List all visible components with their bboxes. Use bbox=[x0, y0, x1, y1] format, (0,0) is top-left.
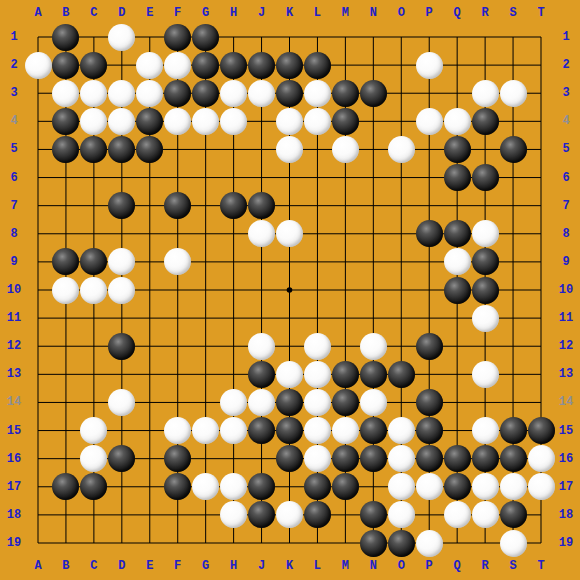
row-label-right-9: 9 bbox=[562, 256, 569, 268]
stone-black-Q16[interactable] bbox=[444, 445, 471, 472]
stone-black-D12[interactable] bbox=[108, 333, 135, 360]
stone-white-O18[interactable] bbox=[388, 501, 415, 528]
row-label-left-14: 14 bbox=[7, 396, 21, 408]
row-label-left-19: 19 bbox=[7, 537, 21, 549]
col-label-top-Q: Q bbox=[454, 7, 461, 19]
stone-white-R17[interactable] bbox=[472, 473, 499, 500]
stone-black-O13[interactable] bbox=[388, 361, 415, 388]
stone-white-D4[interactable] bbox=[108, 108, 135, 135]
stone-black-P16[interactable] bbox=[416, 445, 443, 472]
stone-white-C4[interactable] bbox=[80, 108, 107, 135]
col-label-bottom-C: C bbox=[90, 560, 97, 572]
stone-white-O16[interactable] bbox=[388, 445, 415, 472]
stone-black-H2[interactable] bbox=[220, 52, 247, 79]
stone-white-R15[interactable] bbox=[472, 417, 499, 444]
row-label-left-1: 1 bbox=[10, 31, 17, 43]
stone-black-J15[interactable] bbox=[248, 417, 275, 444]
stone-black-K14[interactable] bbox=[276, 389, 303, 416]
stone-black-Q8[interactable] bbox=[444, 220, 471, 247]
row-label-right-11: 11 bbox=[559, 312, 573, 324]
col-label-top-L: L bbox=[314, 7, 321, 19]
stone-white-H14[interactable] bbox=[220, 389, 247, 416]
stone-black-G3[interactable] bbox=[192, 80, 219, 107]
stone-white-J3[interactable] bbox=[248, 80, 275, 107]
stone-white-F4[interactable] bbox=[164, 108, 191, 135]
col-label-top-M: M bbox=[342, 7, 349, 19]
stone-black-Q10[interactable] bbox=[444, 277, 471, 304]
stone-white-E3[interactable] bbox=[136, 80, 163, 107]
stone-black-S15[interactable] bbox=[500, 417, 527, 444]
stone-black-K2[interactable] bbox=[276, 52, 303, 79]
go-game-screenshot: AABBCCDDEEFFGGHHJJKKLLMMNNOOPPQQRRSSTT11… bbox=[0, 0, 580, 580]
col-label-bottom-J: J bbox=[258, 560, 265, 572]
stone-white-D1[interactable] bbox=[108, 24, 135, 51]
col-label-bottom-T: T bbox=[537, 560, 544, 572]
col-label-top-A: A bbox=[34, 7, 41, 19]
stone-white-H3[interactable] bbox=[220, 80, 247, 107]
stone-white-A2[interactable] bbox=[25, 52, 52, 79]
stone-white-Q9[interactable] bbox=[444, 248, 471, 275]
stone-black-R4[interactable] bbox=[472, 108, 499, 135]
stone-black-T15[interactable] bbox=[528, 417, 555, 444]
stone-white-J14[interactable] bbox=[248, 389, 275, 416]
col-label-top-F: F bbox=[174, 7, 181, 19]
stone-white-K4[interactable] bbox=[276, 108, 303, 135]
stone-white-B10[interactable] bbox=[52, 277, 79, 304]
stone-black-N15[interactable] bbox=[360, 417, 387, 444]
stone-white-O5[interactable] bbox=[388, 136, 415, 163]
stone-white-C3[interactable] bbox=[80, 80, 107, 107]
col-label-top-O: O bbox=[398, 7, 405, 19]
stone-black-Q17[interactable] bbox=[444, 473, 471, 500]
stone-black-N13[interactable] bbox=[360, 361, 387, 388]
stone-white-N14[interactable] bbox=[360, 389, 387, 416]
stone-white-R13[interactable] bbox=[472, 361, 499, 388]
col-label-top-E: E bbox=[146, 7, 153, 19]
stone-white-L4[interactable] bbox=[304, 108, 331, 135]
stone-black-S18[interactable] bbox=[500, 501, 527, 528]
col-label-bottom-A: A bbox=[34, 560, 41, 572]
stone-white-K5[interactable] bbox=[276, 136, 303, 163]
stone-black-P8[interactable] bbox=[416, 220, 443, 247]
stone-white-L16[interactable] bbox=[304, 445, 331, 472]
stone-black-J7[interactable] bbox=[248, 192, 275, 219]
stone-white-P19[interactable] bbox=[416, 530, 443, 557]
stone-black-N18[interactable] bbox=[360, 501, 387, 528]
stone-white-M5[interactable] bbox=[332, 136, 359, 163]
stone-white-D3[interactable] bbox=[108, 80, 135, 107]
row-label-left-9: 9 bbox=[10, 256, 17, 268]
stone-black-F3[interactable] bbox=[164, 80, 191, 107]
col-label-bottom-G: G bbox=[202, 560, 209, 572]
row-label-right-6: 6 bbox=[562, 172, 569, 184]
stone-black-M4[interactable] bbox=[332, 108, 359, 135]
row-label-left-12: 12 bbox=[7, 340, 21, 352]
stone-white-T17[interactable] bbox=[528, 473, 555, 500]
col-label-bottom-Q: Q bbox=[454, 560, 461, 572]
star-point bbox=[287, 287, 293, 293]
stone-white-P4[interactable] bbox=[416, 108, 443, 135]
stone-black-C2[interactable] bbox=[80, 52, 107, 79]
stone-white-C10[interactable] bbox=[80, 277, 107, 304]
stone-white-S19[interactable] bbox=[500, 530, 527, 557]
row-label-left-2: 2 bbox=[10, 59, 17, 71]
row-label-left-18: 18 bbox=[7, 509, 21, 521]
row-label-right-16: 16 bbox=[559, 453, 573, 465]
row-label-right-8: 8 bbox=[562, 228, 569, 240]
row-label-left-11: 11 bbox=[7, 312, 21, 324]
stone-white-L12[interactable] bbox=[304, 333, 331, 360]
col-label-bottom-E: E bbox=[146, 560, 153, 572]
row-label-left-16: 16 bbox=[7, 453, 21, 465]
row-label-right-1: 1 bbox=[562, 31, 569, 43]
stone-white-F2[interactable] bbox=[164, 52, 191, 79]
stone-black-B2[interactable] bbox=[52, 52, 79, 79]
col-label-top-R: R bbox=[482, 7, 489, 19]
stone-white-M15[interactable] bbox=[332, 417, 359, 444]
row-label-right-19: 19 bbox=[559, 537, 573, 549]
stone-white-O15[interactable] bbox=[388, 417, 415, 444]
stone-black-M3[interactable] bbox=[332, 80, 359, 107]
stone-black-R16[interactable] bbox=[472, 445, 499, 472]
stone-black-E5[interactable] bbox=[136, 136, 163, 163]
stone-black-Q5[interactable] bbox=[444, 136, 471, 163]
stone-black-Q6[interactable] bbox=[444, 164, 471, 191]
stone-white-E2[interactable] bbox=[136, 52, 163, 79]
row-label-right-5: 5 bbox=[562, 143, 569, 155]
row-label-right-12: 12 bbox=[559, 340, 573, 352]
stone-black-B1[interactable] bbox=[52, 24, 79, 51]
row-label-left-6: 6 bbox=[10, 172, 17, 184]
stone-black-K15[interactable] bbox=[276, 417, 303, 444]
col-label-top-D: D bbox=[118, 7, 125, 19]
row-label-left-8: 8 bbox=[10, 228, 17, 240]
stone-white-R18[interactable] bbox=[472, 501, 499, 528]
stone-white-R11[interactable] bbox=[472, 305, 499, 332]
col-label-top-N: N bbox=[370, 7, 377, 19]
col-label-bottom-P: P bbox=[426, 560, 433, 572]
row-label-left-5: 5 bbox=[10, 143, 17, 155]
stone-white-L15[interactable] bbox=[304, 417, 331, 444]
stone-white-L3[interactable] bbox=[304, 80, 331, 107]
stone-white-O17[interactable] bbox=[388, 473, 415, 500]
stone-black-S16[interactable] bbox=[500, 445, 527, 472]
row-label-right-10: 10 bbox=[559, 284, 573, 296]
row-label-right-7: 7 bbox=[562, 200, 569, 212]
col-label-bottom-R: R bbox=[482, 560, 489, 572]
stone-black-N16[interactable] bbox=[360, 445, 387, 472]
row-label-right-2: 2 bbox=[562, 59, 569, 71]
stone-black-G2[interactable] bbox=[192, 52, 219, 79]
stone-black-P14[interactable] bbox=[416, 389, 443, 416]
stone-white-K13[interactable] bbox=[276, 361, 303, 388]
col-label-top-P: P bbox=[426, 7, 433, 19]
stone-black-K3[interactable] bbox=[276, 80, 303, 107]
stone-white-P17[interactable] bbox=[416, 473, 443, 500]
stone-black-S5[interactable] bbox=[500, 136, 527, 163]
row-label-right-17: 17 bbox=[559, 481, 573, 493]
stone-white-Q18[interactable] bbox=[444, 501, 471, 528]
stone-white-S3[interactable] bbox=[500, 80, 527, 107]
stone-black-P15[interactable] bbox=[416, 417, 443, 444]
col-label-top-H: H bbox=[230, 7, 237, 19]
row-label-right-15: 15 bbox=[559, 425, 573, 437]
row-label-left-4: 4 bbox=[10, 115, 17, 127]
stone-black-L2[interactable] bbox=[304, 52, 331, 79]
row-label-left-7: 7 bbox=[10, 200, 17, 212]
stone-black-M16[interactable] bbox=[332, 445, 359, 472]
stone-black-J2[interactable] bbox=[248, 52, 275, 79]
stone-black-N19[interactable] bbox=[360, 530, 387, 557]
col-label-top-B: B bbox=[62, 7, 69, 19]
col-label-bottom-S: S bbox=[509, 560, 516, 572]
col-label-top-T: T bbox=[537, 7, 544, 19]
col-label-bottom-N: N bbox=[370, 560, 377, 572]
stone-black-R10[interactable] bbox=[472, 277, 499, 304]
col-label-bottom-O: O bbox=[398, 560, 405, 572]
stone-white-R8[interactable] bbox=[472, 220, 499, 247]
col-label-top-J: J bbox=[258, 7, 265, 19]
stone-black-F1[interactable] bbox=[164, 24, 191, 51]
stone-white-Q4[interactable] bbox=[444, 108, 471, 135]
stone-white-H4[interactable] bbox=[220, 108, 247, 135]
stone-black-J13[interactable] bbox=[248, 361, 275, 388]
col-label-bottom-D: D bbox=[118, 560, 125, 572]
stone-black-M13[interactable] bbox=[332, 361, 359, 388]
stone-black-P12[interactable] bbox=[416, 333, 443, 360]
row-label-right-13: 13 bbox=[559, 368, 573, 380]
stone-white-P2[interactable] bbox=[416, 52, 443, 79]
row-label-right-3: 3 bbox=[562, 87, 569, 99]
col-label-top-K: K bbox=[286, 7, 293, 19]
row-label-right-18: 18 bbox=[559, 509, 573, 521]
stone-black-K16[interactable] bbox=[276, 445, 303, 472]
row-label-left-3: 3 bbox=[10, 87, 17, 99]
col-label-top-C: C bbox=[90, 7, 97, 19]
col-label-bottom-K: K bbox=[286, 560, 293, 572]
stone-black-N3[interactable] bbox=[360, 80, 387, 107]
row-label-right-14: 14 bbox=[559, 396, 573, 408]
col-label-bottom-B: B bbox=[62, 560, 69, 572]
col-label-bottom-L: L bbox=[314, 560, 321, 572]
stone-white-D10[interactable] bbox=[108, 277, 135, 304]
stone-black-L17[interactable] bbox=[304, 473, 331, 500]
col-label-top-S: S bbox=[509, 7, 516, 19]
col-label-bottom-M: M bbox=[342, 560, 349, 572]
stone-white-L14[interactable] bbox=[304, 389, 331, 416]
col-label-bottom-F: F bbox=[174, 560, 181, 572]
stone-white-G4[interactable] bbox=[192, 108, 219, 135]
stone-white-T16[interactable] bbox=[528, 445, 555, 472]
col-label-bottom-H: H bbox=[230, 560, 237, 572]
row-label-left-17: 17 bbox=[7, 481, 21, 493]
row-label-left-15: 15 bbox=[7, 425, 21, 437]
stone-black-R6[interactable] bbox=[472, 164, 499, 191]
row-label-left-10: 10 bbox=[7, 284, 21, 296]
stone-white-J12[interactable] bbox=[248, 333, 275, 360]
row-label-left-13: 13 bbox=[7, 368, 21, 380]
stone-black-E4[interactable] bbox=[136, 108, 163, 135]
stone-white-S17[interactable] bbox=[500, 473, 527, 500]
go-board[interactable]: AABBCCDDEEFFGGHHJJKKLLMMNNOOPPQQRRSSTT11… bbox=[0, 0, 580, 580]
col-label-top-G: G bbox=[202, 7, 209, 19]
stone-black-M14[interactable] bbox=[332, 389, 359, 416]
stone-white-H15[interactable] bbox=[220, 417, 247, 444]
stone-white-G15[interactable] bbox=[192, 417, 219, 444]
stone-black-M17[interactable] bbox=[332, 473, 359, 500]
stone-white-L13[interactable] bbox=[304, 361, 331, 388]
stone-white-B3[interactable] bbox=[52, 80, 79, 107]
stone-black-G1[interactable] bbox=[192, 24, 219, 51]
stone-black-R9[interactable] bbox=[472, 248, 499, 275]
stone-white-N12[interactable] bbox=[360, 333, 387, 360]
stone-black-O19[interactable] bbox=[388, 530, 415, 557]
stone-white-R3[interactable] bbox=[472, 80, 499, 107]
row-label-right-4: 4 bbox=[562, 115, 569, 127]
